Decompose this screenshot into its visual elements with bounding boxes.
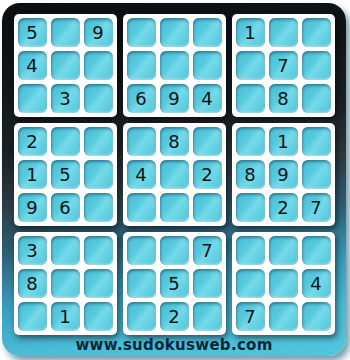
cell-r2c5[interactable] <box>160 51 189 80</box>
cell-r6c6[interactable] <box>193 193 222 222</box>
cell-r1c5[interactable] <box>160 18 189 47</box>
cell-r9c5[interactable]: 2 <box>160 302 189 331</box>
cell-r5c9[interactable] <box>302 160 331 189</box>
cell-r4c9[interactable] <box>302 127 331 156</box>
cell-r4c3[interactable] <box>84 127 113 156</box>
cell-r2c9[interactable] <box>302 51 331 80</box>
cell-r8c8[interactable] <box>269 269 298 298</box>
cell-r5c2[interactable]: 5 <box>51 160 80 189</box>
box-r1c3: 178 <box>232 14 335 117</box>
cell-r8c7[interactable] <box>236 269 265 298</box>
cell-r7c9[interactable] <box>302 236 331 265</box>
cell-r8c6[interactable] <box>193 269 222 298</box>
cell-r4c7[interactable] <box>236 127 265 156</box>
cell-r6c9[interactable]: 7 <box>302 193 331 222</box>
cell-r2c7[interactable] <box>236 51 265 80</box>
cell-r7c1[interactable]: 3 <box>18 236 47 265</box>
cell-r1c6[interactable] <box>193 18 222 47</box>
box-r2c3: 18927 <box>232 123 335 226</box>
cell-r4c6[interactable] <box>193 127 222 156</box>
cell-r5c4[interactable]: 4 <box>127 160 156 189</box>
cell-r7c6[interactable]: 7 <box>193 236 222 265</box>
cell-r4c2[interactable] <box>51 127 80 156</box>
cell-r8c2[interactable] <box>51 269 80 298</box>
cell-r7c5[interactable] <box>160 236 189 265</box>
cell-r2c6[interactable] <box>193 51 222 80</box>
cell-r3c6[interactable]: 4 <box>193 84 222 113</box>
cell-r3c7[interactable] <box>236 84 265 113</box>
cell-r9c3[interactable] <box>84 302 113 331</box>
cell-r6c8[interactable]: 2 <box>269 193 298 222</box>
box-r3c3: 47 <box>232 232 335 335</box>
box-r1c1: 5943 <box>14 14 117 117</box>
sudokusweb-link[interactable]: www.sudokusweb.com <box>13 335 335 357</box>
cell-r5c8[interactable]: 9 <box>269 160 298 189</box>
cell-r7c2[interactable] <box>51 236 80 265</box>
cell-r2c2[interactable] <box>51 51 80 80</box>
cell-r1c4[interactable] <box>127 18 156 47</box>
cell-r6c5[interactable] <box>160 193 189 222</box>
cell-r3c9[interactable] <box>302 84 331 113</box>
cell-r2c3[interactable] <box>84 51 113 80</box>
cell-r1c2[interactable] <box>51 18 80 47</box>
cell-r8c5[interactable]: 5 <box>160 269 189 298</box>
cell-r4c1[interactable]: 2 <box>18 127 47 156</box>
cell-r3c8[interactable]: 8 <box>269 84 298 113</box>
cell-r2c1[interactable]: 4 <box>18 51 47 80</box>
cell-r2c4[interactable] <box>127 51 156 80</box>
cell-r6c2[interactable]: 6 <box>51 193 80 222</box>
cell-r3c5[interactable]: 9 <box>160 84 189 113</box>
cell-r1c7[interactable]: 1 <box>236 18 265 47</box>
cell-r3c4[interactable]: 6 <box>127 84 156 113</box>
box-r1c2: 694 <box>123 14 226 117</box>
cell-r1c3[interactable]: 9 <box>84 18 113 47</box>
cell-r6c7[interactable] <box>236 193 265 222</box>
cell-r5c3[interactable] <box>84 160 113 189</box>
cell-r7c3[interactable] <box>84 236 113 265</box>
cell-r8c9[interactable]: 4 <box>302 269 331 298</box>
cell-r1c1[interactable]: 5 <box>18 18 47 47</box>
cell-r2c8[interactable]: 7 <box>269 51 298 80</box>
cell-r3c2[interactable]: 3 <box>51 84 80 113</box>
cell-r5c5[interactable] <box>160 160 189 189</box>
cell-r4c8[interactable]: 1 <box>269 127 298 156</box>
cell-r8c4[interactable] <box>127 269 156 298</box>
cell-r9c1[interactable] <box>18 302 47 331</box>
cell-r4c4[interactable] <box>127 127 156 156</box>
cell-r8c1[interactable]: 8 <box>18 269 47 298</box>
cell-r3c1[interactable] <box>18 84 47 113</box>
cell-r6c1[interactable]: 9 <box>18 193 47 222</box>
cell-r7c4[interactable] <box>127 236 156 265</box>
cell-r6c4[interactable] <box>127 193 156 222</box>
cell-r9c8[interactable] <box>269 302 298 331</box>
cell-r1c8[interactable] <box>269 18 298 47</box>
cell-r7c7[interactable] <box>236 236 265 265</box>
box-r2c2: 842 <box>123 123 226 226</box>
cell-r9c6[interactable] <box>193 302 222 331</box>
cell-r4c5[interactable]: 8 <box>160 127 189 156</box>
cell-r9c2[interactable]: 1 <box>51 302 80 331</box>
box-r3c1: 381 <box>14 232 117 335</box>
cell-r9c9[interactable] <box>302 302 331 331</box>
cell-r3c3[interactable] <box>84 84 113 113</box>
cell-r1c9[interactable] <box>302 18 331 47</box>
cell-r5c1[interactable]: 1 <box>18 160 47 189</box>
cell-r9c7[interactable]: 7 <box>236 302 265 331</box>
box-r2c1: 21596 <box>14 123 117 226</box>
cell-r7c8[interactable] <box>269 236 298 265</box>
box-r3c2: 752 <box>123 232 226 335</box>
sudoku-board-frame: 5943694178215968421892738175247 www.sudo… <box>2 3 346 356</box>
cell-r9c4[interactable] <box>127 302 156 331</box>
sudoku-grid: 5943694178215968421892738175247 <box>14 14 335 335</box>
cell-r5c6[interactable]: 2 <box>193 160 222 189</box>
cell-r6c3[interactable] <box>84 193 113 222</box>
cell-r8c3[interactable] <box>84 269 113 298</box>
cell-r5c7[interactable]: 8 <box>236 160 265 189</box>
